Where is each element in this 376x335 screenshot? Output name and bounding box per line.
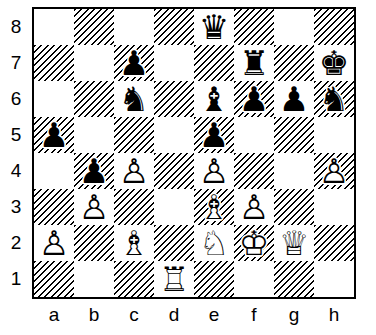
square-c6[interactable]: ♞♞ xyxy=(114,81,154,117)
square-c8[interactable] xyxy=(114,9,154,45)
piece-wp-h4[interactable]: ♙ xyxy=(314,153,354,189)
piece-halo: ♞ xyxy=(314,81,354,117)
piece-wq-g2[interactable]: ♕ xyxy=(274,225,314,261)
square-b6[interactable] xyxy=(74,81,114,117)
square-a4[interactable] xyxy=(34,153,74,189)
piece-bp-b4[interactable]: ♟ xyxy=(74,153,114,189)
square-a3[interactable] xyxy=(34,189,74,225)
square-g6[interactable]: ♟♟ xyxy=(274,81,314,117)
square-f6[interactable]: ♟♟ xyxy=(234,81,274,117)
piece-wb-c2[interactable]: ♗ xyxy=(114,225,154,261)
file-label-g: g xyxy=(274,300,314,330)
piece-halo: ♜ xyxy=(154,261,194,297)
piece-bk-h7[interactable]: ♚ xyxy=(314,45,354,81)
piece-wp-e4[interactable]: ♙ xyxy=(194,153,234,189)
square-g5[interactable] xyxy=(274,117,314,153)
square-f8[interactable] xyxy=(234,9,274,45)
square-d1[interactable]: ♜♖ xyxy=(154,261,194,297)
square-a8[interactable] xyxy=(34,9,74,45)
square-h5[interactable] xyxy=(314,117,354,153)
square-e2[interactable]: ♞♘ xyxy=(194,225,234,261)
square-h8[interactable] xyxy=(314,9,354,45)
square-a7[interactable] xyxy=(34,45,74,81)
piece-halo: ♜ xyxy=(234,45,274,81)
piece-wp-a2[interactable]: ♙ xyxy=(34,225,74,261)
square-d4[interactable] xyxy=(154,153,194,189)
rank-label-3: 3 xyxy=(2,189,30,225)
piece-wb-e3[interactable]: ♗ xyxy=(194,189,234,225)
square-h3[interactable] xyxy=(314,189,354,225)
rank-label-4: 4 xyxy=(2,153,30,189)
rank-label-5: 5 xyxy=(2,117,30,153)
square-a2[interactable]: ♟♙ xyxy=(34,225,74,261)
square-c7[interactable]: ♟♟ xyxy=(114,45,154,81)
piece-bb-e6[interactable]: ♝ xyxy=(194,81,234,117)
square-g1[interactable] xyxy=(274,261,314,297)
piece-wp-c4[interactable]: ♙ xyxy=(114,153,154,189)
piece-wn-e2[interactable]: ♘ xyxy=(194,225,234,261)
piece-halo: ♝ xyxy=(114,225,154,261)
square-f1[interactable] xyxy=(234,261,274,297)
square-h6[interactable]: ♞♞ xyxy=(314,81,354,117)
square-g4[interactable] xyxy=(274,153,314,189)
chess-diagram: 87654321 ♛♛♟♟♜♜♚♚♞♞♝♝♟♟♟♟♞♞♟♟♟♟♟♟♟♙♟♙♟♙♟… xyxy=(0,0,376,335)
piece-bn-c6[interactable]: ♞ xyxy=(114,81,154,117)
piece-halo: ♟ xyxy=(234,189,274,225)
piece-halo: ♞ xyxy=(114,81,154,117)
piece-halo: ♟ xyxy=(34,225,74,261)
piece-halo: ♟ xyxy=(114,153,154,189)
square-e5[interactable]: ♟♟ xyxy=(194,117,234,153)
square-g3[interactable] xyxy=(274,189,314,225)
square-e4[interactable]: ♟♙ xyxy=(194,153,234,189)
piece-bp-c7[interactable]: ♟ xyxy=(114,45,154,81)
rank-label-6: 6 xyxy=(2,81,30,117)
square-e8[interactable]: ♛♛ xyxy=(194,9,234,45)
piece-halo: ♚ xyxy=(314,45,354,81)
piece-halo: ♟ xyxy=(34,117,74,153)
piece-halo: ♞ xyxy=(194,225,234,261)
chess-board: ♛♛♟♟♜♜♚♚♞♞♝♝♟♟♟♟♞♞♟♟♟♟♟♟♟♙♟♙♟♙♟♙♝♗♟♙♟♙♝♗… xyxy=(32,7,356,299)
square-a5[interactable]: ♟♟ xyxy=(34,117,74,153)
piece-halo: ♟ xyxy=(74,189,114,225)
square-e7[interactable] xyxy=(194,45,234,81)
rank-label-7: 7 xyxy=(2,45,30,81)
square-c5[interactable] xyxy=(114,117,154,153)
square-d3[interactable] xyxy=(154,189,194,225)
piece-wk-f2[interactable]: ♔ xyxy=(234,225,274,261)
file-label-h: h xyxy=(314,300,354,330)
rank-label-2: 2 xyxy=(2,225,30,261)
piece-halo: ♛ xyxy=(194,9,234,45)
piece-halo: ♝ xyxy=(194,189,234,225)
file-label-b: b xyxy=(74,300,114,330)
piece-halo: ♚ xyxy=(234,225,274,261)
rank-labels: 87654321 xyxy=(2,9,30,297)
square-h1[interactable] xyxy=(314,261,354,297)
square-b5[interactable] xyxy=(74,117,114,153)
rank-label-8: 8 xyxy=(2,9,30,45)
piece-bq-e8[interactable]: ♛ xyxy=(194,9,234,45)
square-b8[interactable] xyxy=(74,9,114,45)
file-label-f: f xyxy=(234,300,274,330)
square-f4[interactable] xyxy=(234,153,274,189)
piece-halo: ♟ xyxy=(194,153,234,189)
square-h7[interactable]: ♚♚ xyxy=(314,45,354,81)
square-d7[interactable] xyxy=(154,45,194,81)
square-b4[interactable]: ♟♟ xyxy=(74,153,114,189)
square-d2[interactable] xyxy=(154,225,194,261)
piece-wr-d1[interactable]: ♖ xyxy=(154,261,194,297)
square-b3[interactable]: ♟♙ xyxy=(74,189,114,225)
square-g8[interactable] xyxy=(274,9,314,45)
square-h2[interactable] xyxy=(314,225,354,261)
square-c1[interactable] xyxy=(114,261,154,297)
square-g7[interactable] xyxy=(274,45,314,81)
square-b1[interactable] xyxy=(74,261,114,297)
square-a1[interactable] xyxy=(34,261,74,297)
piece-bp-f6[interactable]: ♟ xyxy=(234,81,274,117)
piece-bn-h6[interactable]: ♞ xyxy=(314,81,354,117)
square-b2[interactable] xyxy=(74,225,114,261)
square-d8[interactable] xyxy=(154,9,194,45)
square-g2[interactable]: ♛♕ xyxy=(274,225,314,261)
square-c3[interactable] xyxy=(114,189,154,225)
square-f7[interactable]: ♜♜ xyxy=(234,45,274,81)
square-b7[interactable] xyxy=(74,45,114,81)
square-h4[interactable]: ♟♙ xyxy=(314,153,354,189)
file-label-d: d xyxy=(154,300,194,330)
piece-halo: ♟ xyxy=(74,153,114,189)
piece-wp-f3[interactable]: ♙ xyxy=(234,189,274,225)
piece-halo: ♛ xyxy=(274,225,314,261)
piece-bp-a5[interactable]: ♟ xyxy=(34,117,74,153)
piece-bp-e5[interactable]: ♟ xyxy=(194,117,234,153)
piece-halo: ♟ xyxy=(194,117,234,153)
square-d5[interactable] xyxy=(154,117,194,153)
piece-halo: ♟ xyxy=(274,81,314,117)
rank-label-1: 1 xyxy=(2,261,30,297)
square-f5[interactable] xyxy=(234,117,274,153)
piece-br-f7[interactable]: ♜ xyxy=(234,45,274,81)
piece-halo: ♟ xyxy=(114,45,154,81)
square-a6[interactable] xyxy=(34,81,74,117)
square-c2[interactable]: ♝♗ xyxy=(114,225,154,261)
square-f2[interactable]: ♚♔ xyxy=(234,225,274,261)
piece-wp-b3[interactable]: ♙ xyxy=(74,189,114,225)
square-e3[interactable]: ♝♗ xyxy=(194,189,234,225)
file-label-e: e xyxy=(194,300,234,330)
piece-halo: ♟ xyxy=(234,81,274,117)
square-d6[interactable] xyxy=(154,81,194,117)
piece-halo: ♟ xyxy=(314,153,354,189)
square-f3[interactable]: ♟♙ xyxy=(234,189,274,225)
square-e1[interactable] xyxy=(194,261,234,297)
file-labels: abcdefgh xyxy=(34,300,354,330)
square-c4[interactable]: ♟♙ xyxy=(114,153,154,189)
piece-bp-g6[interactable]: ♟ xyxy=(274,81,314,117)
file-label-c: c xyxy=(114,300,154,330)
piece-halo: ♝ xyxy=(194,81,234,117)
file-label-a: a xyxy=(34,300,74,330)
square-e6[interactable]: ♝♝ xyxy=(194,81,234,117)
